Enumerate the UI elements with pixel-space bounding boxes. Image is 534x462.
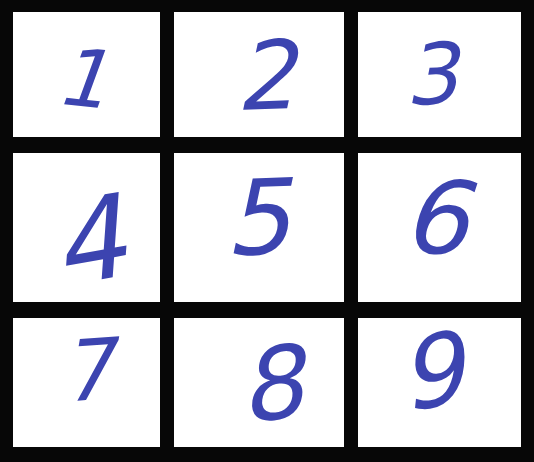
cell-r1c2: 2 [174, 12, 344, 137]
cell-digit: 9 [392, 319, 469, 427]
cell-digit: 1 [53, 36, 112, 121]
cell-r2c1: 4 [13, 153, 160, 302]
cell-digit: 4 [43, 179, 134, 304]
cell-r1c1: 1 [13, 12, 160, 137]
cell-r2c2: 5 [174, 153, 344, 302]
cell-digit: 6 [400, 164, 472, 270]
cell-r3c3: 9 [358, 318, 521, 447]
cell-r1c3: 3 [358, 12, 521, 137]
cell-r2c3: 6 [358, 153, 521, 302]
cell-digit: 8 [234, 331, 308, 437]
cell-digit: 3 [402, 31, 460, 118]
hand-drawn-grid-board: 1 2 3 4 5 6 7 8 9 [0, 0, 534, 462]
cell-digit: 2 [233, 28, 297, 125]
cell-r3c2: 8 [174, 318, 344, 447]
cell-digit: 7 [57, 327, 116, 415]
cell-r3c1: 7 [13, 318, 160, 447]
cell-digit: 5 [222, 164, 292, 270]
